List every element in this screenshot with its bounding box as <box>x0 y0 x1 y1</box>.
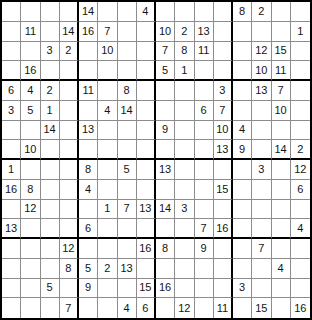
cell-r8c8[interactable] <box>137 140 156 160</box>
cell-r9c14: 3 <box>252 160 271 180</box>
cell-r12c2[interactable] <box>21 219 40 239</box>
cell-r9c9: 13 <box>156 160 175 180</box>
cell-r5c11[interactable] <box>195 81 214 101</box>
cell-r9c10[interactable] <box>175 160 194 180</box>
cell-r9c13[interactable] <box>233 160 252 180</box>
cell-r5c6[interactable] <box>98 81 117 101</box>
cell-r9c12[interactable] <box>214 160 233 180</box>
cell-r16c8: 6 <box>137 298 156 318</box>
cell-r9c1: 1 <box>2 160 21 180</box>
cell-r3c6: 10 <box>98 42 117 62</box>
cell-r16c4: 7 <box>60 298 79 318</box>
cell-r16c16: 16 <box>291 298 310 318</box>
cell-r6c8[interactable] <box>137 101 156 121</box>
cell-r2c11: 13 <box>195 22 214 42</box>
cell-r7c13: 4 <box>233 121 252 141</box>
cell-r16c9[interactable] <box>156 298 175 318</box>
cell-r13c10[interactable] <box>175 239 194 259</box>
cell-r3c14: 12 <box>252 42 271 62</box>
cell-r2c7[interactable] <box>118 22 137 42</box>
cell-r11c1[interactable] <box>2 200 21 220</box>
cell-r14c6: 2 <box>98 259 117 279</box>
cell-r15c1[interactable] <box>2 279 21 299</box>
cell-r4c5[interactable] <box>79 61 98 81</box>
cell-r7c3: 14 <box>41 121 60 141</box>
cell-r13c15[interactable] <box>272 239 291 259</box>
cell-r6c9[interactable] <box>156 101 175 121</box>
cell-r3c15: 15 <box>272 42 291 62</box>
cell-r10c3[interactable] <box>41 180 60 200</box>
cell-r6c2: 5 <box>21 101 40 121</box>
cell-r2c2: 11 <box>21 22 40 42</box>
cell-r3c16[interactable] <box>291 42 310 62</box>
cell-r10c5: 4 <box>79 180 98 200</box>
cell-r10c16: 6 <box>291 180 310 200</box>
cell-r4c4[interactable] <box>60 61 79 81</box>
cell-r3c1[interactable] <box>2 42 21 62</box>
cell-r9c2[interactable] <box>21 160 40 180</box>
cell-r12c12: 16 <box>214 219 233 239</box>
cell-r16c7: 4 <box>118 298 137 318</box>
cell-r16c13[interactable] <box>233 298 252 318</box>
cell-r6c13[interactable] <box>233 101 252 121</box>
cell-r13c14: 7 <box>252 239 271 259</box>
cell-r7c9: 9 <box>156 121 175 141</box>
cell-r3c3: 3 <box>41 42 60 62</box>
cell-r5c12: 3 <box>214 81 233 101</box>
cell-r2c3[interactable] <box>41 22 60 42</box>
cell-r16c1[interactable] <box>2 298 21 318</box>
cell-r6c5[interactable] <box>79 101 98 121</box>
cell-r7c1[interactable] <box>2 121 21 141</box>
cell-r5c1: 6 <box>2 81 21 101</box>
cell-r12c11: 7 <box>195 219 214 239</box>
cell-r1c5: 14 <box>79 2 98 22</box>
cell-r15c4[interactable] <box>60 279 79 299</box>
cell-r5c14: 13 <box>252 81 271 101</box>
cell-r3c9: 7 <box>156 42 175 62</box>
cell-r10c13[interactable] <box>233 180 252 200</box>
cell-r11c11[interactable] <box>195 200 214 220</box>
cell-r1c16[interactable] <box>291 2 310 22</box>
cell-r1c1[interactable] <box>2 2 21 22</box>
cell-r3c8[interactable] <box>137 42 156 62</box>
cell-r11c12[interactable] <box>214 200 233 220</box>
cell-r1c11[interactable] <box>195 2 214 22</box>
cell-r4c7[interactable] <box>118 61 137 81</box>
cell-r8c2: 10 <box>21 140 40 160</box>
cell-r13c1[interactable] <box>2 239 21 259</box>
cell-r7c14[interactable] <box>252 121 271 141</box>
cell-r4c16[interactable] <box>291 61 310 81</box>
cell-r2c13[interactable] <box>233 22 252 42</box>
cell-r8c9[interactable] <box>156 140 175 160</box>
cell-r1c12[interactable] <box>214 2 233 22</box>
cell-r4c1[interactable] <box>2 61 21 81</box>
cell-r15c9: 16 <box>156 279 175 299</box>
cell-r2c6: 7 <box>98 22 117 42</box>
cell-r9c8[interactable] <box>137 160 156 180</box>
cell-r2c8[interactable] <box>137 22 156 42</box>
cell-r15c13: 3 <box>233 279 252 299</box>
cell-r9c4[interactable] <box>60 160 79 180</box>
cell-r4c2: 16 <box>21 61 40 81</box>
cell-r6c4[interactable] <box>60 101 79 121</box>
cell-r6c12: 7 <box>214 101 233 121</box>
cell-r11c6: 1 <box>98 200 117 220</box>
cell-r10c15[interactable] <box>272 180 291 200</box>
cell-r15c2[interactable] <box>21 279 40 299</box>
cell-r4c10: 1 <box>175 61 194 81</box>
cell-r10c7[interactable] <box>118 180 137 200</box>
sudoku-board: 1448211141671021313210781112151651101164… <box>0 0 312 320</box>
cell-r8c14[interactable] <box>252 140 271 160</box>
cell-r7c10[interactable] <box>175 121 194 141</box>
cell-r6c16[interactable] <box>291 101 310 121</box>
cell-r8c7[interactable] <box>118 140 137 160</box>
cell-r7c7[interactable] <box>118 121 137 141</box>
cell-r9c7: 5 <box>118 160 137 180</box>
cell-r4c14: 10 <box>252 61 271 81</box>
cell-r2c4: 14 <box>60 22 79 42</box>
cell-r15c7[interactable] <box>118 279 137 299</box>
cell-r12c13[interactable] <box>233 219 252 239</box>
cell-r6c15: 10 <box>272 101 291 121</box>
cell-r13c5[interactable] <box>79 239 98 259</box>
cell-r12c8[interactable] <box>137 219 156 239</box>
cell-r4c11[interactable] <box>195 61 214 81</box>
cell-r5c16[interactable] <box>291 81 310 101</box>
cell-r9c5: 8 <box>79 160 98 180</box>
cell-r11c4[interactable] <box>60 200 79 220</box>
cell-r2c1[interactable] <box>2 22 21 42</box>
cell-r8c4[interactable] <box>60 140 79 160</box>
cell-r14c2[interactable] <box>21 259 40 279</box>
cell-r4c9: 5 <box>156 61 175 81</box>
cell-r7c2[interactable] <box>21 121 40 141</box>
cell-r2c9: 10 <box>156 22 175 42</box>
cell-r9c15[interactable] <box>272 160 291 180</box>
cell-r8c6[interactable] <box>98 140 117 160</box>
cell-r16c2[interactable] <box>21 298 40 318</box>
cell-r9c6[interactable] <box>98 160 117 180</box>
cell-r6c10[interactable] <box>175 101 194 121</box>
cell-r1c14: 2 <box>252 2 271 22</box>
cell-r15c5: 9 <box>79 279 98 299</box>
cell-r16c6[interactable] <box>98 298 117 318</box>
cell-r5c5: 11 <box>79 81 98 101</box>
cell-r12c16: 4 <box>291 219 310 239</box>
cell-r5c4[interactable] <box>60 81 79 101</box>
cell-r10c9[interactable] <box>156 180 175 200</box>
cell-r15c12[interactable] <box>214 279 233 299</box>
cell-r4c13[interactable] <box>233 61 252 81</box>
cell-r3c11: 11 <box>195 42 214 62</box>
cell-r10c6[interactable] <box>98 180 117 200</box>
cell-r14c3[interactable] <box>41 259 60 279</box>
cell-r14c15: 4 <box>272 259 291 279</box>
cell-r3c7[interactable] <box>118 42 137 62</box>
cell-r2c14[interactable] <box>252 22 271 42</box>
cell-r12c5: 6 <box>79 219 98 239</box>
cell-r12c7[interactable] <box>118 219 137 239</box>
cell-r1c10[interactable] <box>175 2 194 22</box>
cell-r1c2[interactable] <box>21 2 40 22</box>
cell-r13c12[interactable] <box>214 239 233 259</box>
cell-r13c16[interactable] <box>291 239 310 259</box>
cell-r8c13: 9 <box>233 140 252 160</box>
cell-r3c4: 2 <box>60 42 79 62</box>
cell-r12c4[interactable] <box>60 219 79 239</box>
cell-r15c8: 15 <box>137 279 156 299</box>
cell-r15c11[interactable] <box>195 279 214 299</box>
cell-r13c2[interactable] <box>21 239 40 259</box>
cell-r5c9[interactable] <box>156 81 175 101</box>
cell-r10c2: 8 <box>21 180 40 200</box>
cell-r16c11[interactable] <box>195 298 214 318</box>
cell-r14c9[interactable] <box>156 259 175 279</box>
cell-r10c14[interactable] <box>252 180 271 200</box>
cell-r3c10: 8 <box>175 42 194 62</box>
cell-r16c10: 12 <box>175 298 194 318</box>
cell-r2c16: 1 <box>291 22 310 42</box>
cell-r9c11[interactable] <box>195 160 214 180</box>
cell-r15c6[interactable] <box>98 279 117 299</box>
cell-r12c15[interactable] <box>272 219 291 239</box>
cell-r11c7: 7 <box>118 200 137 220</box>
cell-r14c12[interactable] <box>214 259 233 279</box>
cell-r7c11[interactable] <box>195 121 214 141</box>
cell-r3c12[interactable] <box>214 42 233 62</box>
cell-r13c13[interactable] <box>233 239 252 259</box>
cell-r15c16[interactable] <box>291 279 310 299</box>
cell-r11c16[interactable] <box>291 200 310 220</box>
cell-r4c6[interactable] <box>98 61 117 81</box>
cell-r12c6[interactable] <box>98 219 117 239</box>
cell-r12c14[interactable] <box>252 219 271 239</box>
cell-r5c3: 2 <box>41 81 60 101</box>
cell-r10c1: 16 <box>2 180 21 200</box>
cell-r8c11[interactable] <box>195 140 214 160</box>
cell-r13c6[interactable] <box>98 239 117 259</box>
cell-r3c2[interactable] <box>21 42 40 62</box>
cell-r12c9[interactable] <box>156 219 175 239</box>
cell-r16c14: 15 <box>252 298 271 318</box>
cell-r4c8[interactable] <box>137 61 156 81</box>
cell-r10c12: 15 <box>214 180 233 200</box>
cell-r16c5[interactable] <box>79 298 98 318</box>
cell-r7c15[interactable] <box>272 121 291 141</box>
cell-r13c4: 12 <box>60 239 79 259</box>
cell-r11c5[interactable] <box>79 200 98 220</box>
cell-r7c16[interactable] <box>291 121 310 141</box>
cell-r9c3[interactable] <box>41 160 60 180</box>
cell-r4c15: 11 <box>272 61 291 81</box>
cell-r10c11[interactable] <box>195 180 214 200</box>
cell-r16c3[interactable] <box>41 298 60 318</box>
cell-r16c15[interactable] <box>272 298 291 318</box>
cell-r16c12: 11 <box>214 298 233 318</box>
cell-r1c8: 4 <box>137 2 156 22</box>
cell-r15c15[interactable] <box>272 279 291 299</box>
cell-r2c12[interactable] <box>214 22 233 42</box>
cell-r14c7: 13 <box>118 259 137 279</box>
cell-r2c5: 16 <box>79 22 98 42</box>
cell-r11c14[interactable] <box>252 200 271 220</box>
cell-r6c7: 14 <box>118 101 137 121</box>
cell-r8c3[interactable] <box>41 140 60 160</box>
cell-r6c1: 3 <box>2 101 21 121</box>
cell-r15c10[interactable] <box>175 279 194 299</box>
cell-r7c8[interactable] <box>137 121 156 141</box>
cell-r6c6: 4 <box>98 101 117 121</box>
cell-r1c6[interactable] <box>98 2 117 22</box>
cell-r10c4[interactable] <box>60 180 79 200</box>
cell-r5c2: 4 <box>21 81 40 101</box>
cell-r8c10[interactable] <box>175 140 194 160</box>
cell-r14c13[interactable] <box>233 259 252 279</box>
cell-r11c13[interactable] <box>233 200 252 220</box>
cell-r13c8: 16 <box>137 239 156 259</box>
cell-r13c9: 8 <box>156 239 175 259</box>
cell-r14c1[interactable] <box>2 259 21 279</box>
cell-r14c5: 5 <box>79 259 98 279</box>
cell-r4c3[interactable] <box>41 61 60 81</box>
cell-r9c16: 12 <box>291 160 310 180</box>
cell-r8c16: 2 <box>291 140 310 160</box>
cell-r8c12: 13 <box>214 140 233 160</box>
cell-r11c8: 13 <box>137 200 156 220</box>
cell-r7c6[interactable] <box>98 121 117 141</box>
cell-r6c3: 1 <box>41 101 60 121</box>
cell-r13c7[interactable] <box>118 239 137 259</box>
cell-r11c2: 12 <box>21 200 40 220</box>
cell-r1c3[interactable] <box>41 2 60 22</box>
cell-r14c4: 8 <box>60 259 79 279</box>
cell-r6c14[interactable] <box>252 101 271 121</box>
cell-r1c4[interactable] <box>60 2 79 22</box>
cell-r12c10[interactable] <box>175 219 194 239</box>
cell-r7c5: 13 <box>79 121 98 141</box>
cell-r14c10[interactable] <box>175 259 194 279</box>
cell-r10c8[interactable] <box>137 180 156 200</box>
cell-r8c5[interactable] <box>79 140 98 160</box>
cell-r2c15[interactable] <box>272 22 291 42</box>
cell-r7c4[interactable] <box>60 121 79 141</box>
cell-r1c7[interactable] <box>118 2 137 22</box>
cell-r5c15: 7 <box>272 81 291 101</box>
cell-r8c15: 14 <box>272 140 291 160</box>
cell-r5c7: 8 <box>118 81 137 101</box>
cell-r14c14[interactable] <box>252 259 271 279</box>
cell-r4c12[interactable] <box>214 61 233 81</box>
cell-r3c13[interactable] <box>233 42 252 62</box>
cell-r12c1: 13 <box>2 219 21 239</box>
cell-r11c15[interactable] <box>272 200 291 220</box>
cell-r1c15[interactable] <box>272 2 291 22</box>
cell-r11c3[interactable] <box>41 200 60 220</box>
cell-r6c11: 6 <box>195 101 214 121</box>
cell-r12c3[interactable] <box>41 219 60 239</box>
cell-r5c8[interactable] <box>137 81 156 101</box>
cell-r3c5[interactable] <box>79 42 98 62</box>
cell-r10c10[interactable] <box>175 180 194 200</box>
cell-r15c14[interactable] <box>252 279 271 299</box>
cell-r13c3[interactable] <box>41 239 60 259</box>
cell-r7c12: 10 <box>214 121 233 141</box>
cell-r1c13: 8 <box>233 2 252 22</box>
cell-r11c9: 14 <box>156 200 175 220</box>
cell-r8c1[interactable] <box>2 140 21 160</box>
cell-r2c10: 2 <box>175 22 194 42</box>
cell-r14c16[interactable] <box>291 259 310 279</box>
cell-r11c10: 3 <box>175 200 194 220</box>
cell-r15c3: 5 <box>41 279 60 299</box>
cell-r5c13[interactable] <box>233 81 252 101</box>
cell-r1c9[interactable] <box>156 2 175 22</box>
cell-r13c11: 9 <box>195 239 214 259</box>
cell-r5c10[interactable] <box>175 81 194 101</box>
cell-r14c8[interactable] <box>137 259 156 279</box>
cell-r14c11[interactable] <box>195 259 214 279</box>
